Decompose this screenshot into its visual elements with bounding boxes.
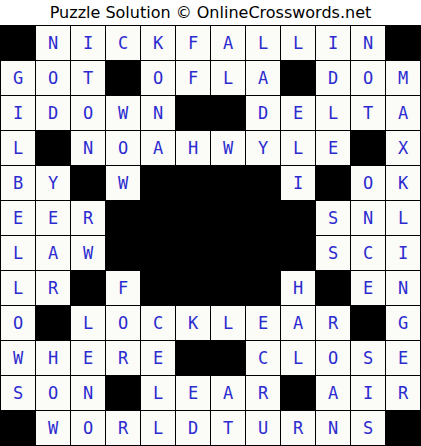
- letter-cell-r12c2: W: [36, 411, 70, 445]
- block-cell-r7c6: [176, 236, 210, 270]
- letter-cell-r3c10: L: [316, 96, 350, 130]
- letter-cell-r9c10: R: [316, 306, 350, 340]
- letter-cell-r4c12: X: [386, 131, 420, 165]
- letter-cell-r5c4: W: [106, 166, 140, 200]
- letter-cell-r8c1: L: [1, 271, 35, 305]
- letter-cell-r1c3: I: [71, 26, 105, 60]
- letter-cell-r11c2: O: [36, 376, 70, 410]
- letter-cell-r2c2: O: [36, 61, 70, 95]
- letter-cell-r7c11: C: [351, 236, 385, 270]
- letter-cell-r11c3: N: [71, 376, 105, 410]
- block-cell-r8c10: [316, 271, 350, 305]
- block-cell-r7c5: [141, 236, 175, 270]
- letter-cell-r4c8: Y: [246, 131, 280, 165]
- block-cell-r8c6: [176, 271, 210, 305]
- letter-cell-r12c6: D: [176, 411, 210, 445]
- letter-cell-r8c12: N: [386, 271, 420, 305]
- letter-cell-r10c10: O: [316, 341, 350, 375]
- letter-cell-r3c5: N: [141, 96, 175, 130]
- block-cell-r7c8: [246, 236, 280, 270]
- letter-cell-r1c10: I: [316, 26, 350, 60]
- block-cell-r9c11: [351, 306, 385, 340]
- letter-cell-r9c7: L: [211, 306, 245, 340]
- block-cell-r3c7: [211, 96, 245, 130]
- letter-cell-r2c3: T: [71, 61, 105, 95]
- block-cell-r8c8: [246, 271, 280, 305]
- block-cell-r5c5: [141, 166, 175, 200]
- block-cell-r7c9: [281, 236, 315, 270]
- block-cell-r6c9: [281, 201, 315, 235]
- block-cell-r6c6: [176, 201, 210, 235]
- letter-cell-r2c12: M: [386, 61, 420, 95]
- block-cell-r1c1: [1, 26, 35, 60]
- block-cell-r11c9: [281, 376, 315, 410]
- letter-cell-r8c11: E: [351, 271, 385, 305]
- letter-cell-r4c6: H: [176, 131, 210, 165]
- block-cell-r10c7: [211, 341, 245, 375]
- letter-cell-r11c1: S: [1, 376, 35, 410]
- letter-cell-r8c9: H: [281, 271, 315, 305]
- crossword-grid: NICKFALLINGOTOFLADOMIDOWNDELTALNOAHWYLEX…: [0, 25, 421, 446]
- letter-cell-r4c7: W: [211, 131, 245, 165]
- letter-cell-r11c12: R: [386, 376, 420, 410]
- letter-cell-r9c9: A: [281, 306, 315, 340]
- letter-cell-r4c5: A: [141, 131, 175, 165]
- letter-cell-r9c3: L: [71, 306, 105, 340]
- letter-cell-r2c1: G: [1, 61, 35, 95]
- block-cell-r3c6: [176, 96, 210, 130]
- letter-cell-r10c4: R: [106, 341, 140, 375]
- block-cell-r4c2: [36, 131, 70, 165]
- block-cell-r8c5: [141, 271, 175, 305]
- letter-cell-r12c7: T: [211, 411, 245, 445]
- letter-cell-r1c9: L: [281, 26, 315, 60]
- block-cell-r6c7: [211, 201, 245, 235]
- letter-cell-r12c4: R: [106, 411, 140, 445]
- letter-cell-r2c6: F: [176, 61, 210, 95]
- block-cell-r11c4: [106, 376, 140, 410]
- letter-cell-r3c12: A: [386, 96, 420, 130]
- block-cell-r7c7: [211, 236, 245, 270]
- letter-cell-r7c12: I: [386, 236, 420, 270]
- letter-cell-r3c3: O: [71, 96, 105, 130]
- block-cell-r2c4: [106, 61, 140, 95]
- block-cell-r4c11: [351, 131, 385, 165]
- page-title: Puzzle Solution © OnlineCrosswords.net: [0, 0, 421, 25]
- letter-cell-r11c11: I: [351, 376, 385, 410]
- letter-cell-r11c5: L: [141, 376, 175, 410]
- block-cell-r10c6: [176, 341, 210, 375]
- letter-cell-r10c12: E: [386, 341, 420, 375]
- letter-cell-r12c3: O: [71, 411, 105, 445]
- block-cell-r6c5: [141, 201, 175, 235]
- letter-cell-r11c10: A: [316, 376, 350, 410]
- block-cell-r6c4: [106, 201, 140, 235]
- letter-cell-r1c5: K: [141, 26, 175, 60]
- letter-cell-r11c8: R: [246, 376, 280, 410]
- letter-cell-r11c7: A: [211, 376, 245, 410]
- letter-cell-r9c5: C: [141, 306, 175, 340]
- letter-cell-r4c1: L: [1, 131, 35, 165]
- letter-cell-r4c3: N: [71, 131, 105, 165]
- letter-cell-r1c7: A: [211, 26, 245, 60]
- block-cell-r5c3: [71, 166, 105, 200]
- letter-cell-r7c2: A: [36, 236, 70, 270]
- letter-cell-r3c1: I: [1, 96, 35, 130]
- block-cell-r9c2: [36, 306, 70, 340]
- block-cell-r12c1: [1, 411, 35, 445]
- letter-cell-r1c4: C: [106, 26, 140, 60]
- letter-cell-r2c5: O: [141, 61, 175, 95]
- letter-cell-r9c12: G: [386, 306, 420, 340]
- letter-cell-r2c8: A: [246, 61, 280, 95]
- block-cell-r5c10: [316, 166, 350, 200]
- letter-cell-r1c11: N: [351, 26, 385, 60]
- letter-cell-r5c9: I: [281, 166, 315, 200]
- block-cell-r8c7: [211, 271, 245, 305]
- letter-cell-r7c1: L: [1, 236, 35, 270]
- block-cell-r2c9: [281, 61, 315, 95]
- letter-cell-r12c10: N: [316, 411, 350, 445]
- block-cell-r5c6: [176, 166, 210, 200]
- letter-cell-r5c2: Y: [36, 166, 70, 200]
- block-cell-r8c3: [71, 271, 105, 305]
- letter-cell-r6c3: R: [71, 201, 105, 235]
- letter-cell-r2c7: L: [211, 61, 245, 95]
- letter-cell-r2c10: D: [316, 61, 350, 95]
- letter-cell-r7c10: S: [316, 236, 350, 270]
- letter-cell-r9c4: O: [106, 306, 140, 340]
- letter-cell-r5c11: O: [351, 166, 385, 200]
- block-cell-r6c8: [246, 201, 280, 235]
- block-cell-r5c7: [211, 166, 245, 200]
- letter-cell-r12c9: R: [281, 411, 315, 445]
- letter-cell-r9c1: O: [1, 306, 35, 340]
- letter-cell-r10c3: E: [71, 341, 105, 375]
- letter-cell-r7c3: W: [71, 236, 105, 270]
- block-cell-r7c4: [106, 236, 140, 270]
- letter-cell-r6c11: N: [351, 201, 385, 235]
- letter-cell-r4c9: L: [281, 131, 315, 165]
- letter-cell-r6c2: E: [36, 201, 70, 235]
- letter-cell-r4c4: O: [106, 131, 140, 165]
- letter-cell-r3c11: T: [351, 96, 385, 130]
- letter-cell-r8c2: R: [36, 271, 70, 305]
- block-cell-r12c12: [386, 411, 420, 445]
- letter-cell-r3c8: D: [246, 96, 280, 130]
- letter-cell-r11c6: E: [176, 376, 210, 410]
- letter-cell-r10c5: E: [141, 341, 175, 375]
- letter-cell-r3c2: D: [36, 96, 70, 130]
- letter-cell-r2c11: O: [351, 61, 385, 95]
- block-cell-r5c8: [246, 166, 280, 200]
- letter-cell-r3c9: E: [281, 96, 315, 130]
- letter-cell-r1c2: N: [36, 26, 70, 60]
- letter-cell-r10c9: L: [281, 341, 315, 375]
- letter-cell-r5c1: B: [1, 166, 35, 200]
- letter-cell-r10c2: H: [36, 341, 70, 375]
- letter-cell-r10c11: S: [351, 341, 385, 375]
- letter-cell-r3c4: W: [106, 96, 140, 130]
- letter-cell-r9c8: E: [246, 306, 280, 340]
- letter-cell-r1c8: L: [246, 26, 280, 60]
- letter-cell-r10c1: W: [1, 341, 35, 375]
- letter-cell-r1c6: F: [176, 26, 210, 60]
- letter-cell-r10c8: C: [246, 341, 280, 375]
- letter-cell-r12c11: S: [351, 411, 385, 445]
- letter-cell-r6c10: S: [316, 201, 350, 235]
- block-cell-r1c12: [386, 26, 420, 60]
- letter-cell-r5c12: K: [386, 166, 420, 200]
- letter-cell-r12c5: L: [141, 411, 175, 445]
- letter-cell-r6c12: L: [386, 201, 420, 235]
- letter-cell-r9c6: K: [176, 306, 210, 340]
- letter-cell-r4c10: E: [316, 131, 350, 165]
- letter-cell-r12c8: U: [246, 411, 280, 445]
- letter-cell-r6c1: E: [1, 201, 35, 235]
- letter-cell-r8c4: F: [106, 271, 140, 305]
